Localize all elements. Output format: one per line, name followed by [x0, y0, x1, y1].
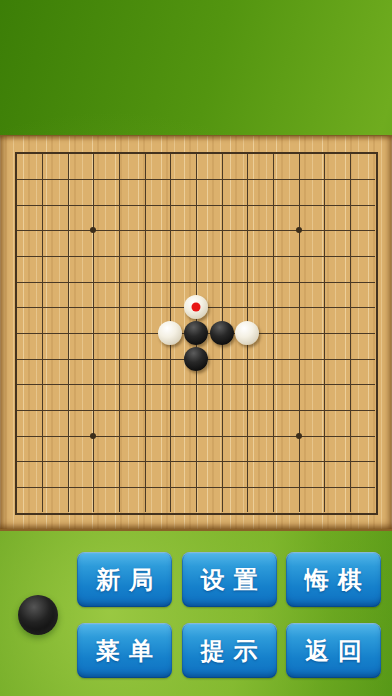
board-cell[interactable] — [42, 487, 68, 513]
board-cell[interactable] — [68, 461, 94, 487]
board-cell[interactable] — [17, 205, 43, 231]
board-cell[interactable] — [350, 487, 376, 513]
board-cell[interactable] — [93, 333, 119, 359]
board-cell[interactable] — [222, 359, 248, 385]
board-cell[interactable] — [350, 384, 376, 410]
board-cell[interactable] — [299, 487, 325, 513]
board-cell[interactable] — [145, 230, 171, 256]
board-cell[interactable] — [273, 487, 299, 513]
board-cell[interactable] — [222, 410, 248, 436]
board-cell[interactable] — [324, 359, 350, 385]
board-cell[interactable] — [68, 436, 94, 462]
board-cell[interactable] — [42, 256, 68, 282]
board-cell[interactable] — [119, 282, 145, 308]
board-cell[interactable] — [170, 384, 196, 410]
board-cell[interactable] — [68, 154, 94, 180]
board-cell[interactable] — [68, 205, 94, 231]
star-point — [90, 227, 96, 233]
board-cell[interactable] — [119, 487, 145, 513]
board-cell[interactable] — [68, 256, 94, 282]
board-cell[interactable] — [324, 179, 350, 205]
board-cell[interactable] — [145, 256, 171, 282]
last-move-marker — [191, 303, 200, 312]
board-cell[interactable] — [42, 410, 68, 436]
board-cell[interactable] — [93, 179, 119, 205]
board-cell[interactable] — [93, 154, 119, 180]
board-cell[interactable] — [42, 333, 68, 359]
board-cell[interactable] — [145, 461, 171, 487]
board-cell[interactable] — [247, 256, 273, 282]
board-cell[interactable] — [299, 154, 325, 180]
board-cell[interactable] — [170, 154, 196, 180]
undo-button[interactable]: 悔棋 — [286, 552, 381, 607]
board-cell[interactable] — [350, 154, 376, 180]
board-cell[interactable] — [299, 359, 325, 385]
star-point — [296, 227, 302, 233]
board-cell[interactable] — [119, 230, 145, 256]
board-cell[interactable] — [119, 307, 145, 333]
board-cell[interactable] — [17, 487, 43, 513]
back-button[interactable]: 返回 — [286, 623, 381, 678]
board-cell[interactable] — [93, 205, 119, 231]
board-cell[interactable] — [196, 461, 222, 487]
turn-indicator-stone — [18, 595, 58, 635]
board-cell[interactable] — [42, 282, 68, 308]
menu-button[interactable]: 菜单 — [77, 623, 172, 678]
board-cell[interactable] — [299, 436, 325, 462]
board-cell[interactable] — [119, 333, 145, 359]
board-cell[interactable] — [42, 307, 68, 333]
board-cell[interactable] — [324, 205, 350, 231]
board-cell[interactable] — [350, 333, 376, 359]
board-cell[interactable] — [273, 436, 299, 462]
board-cell[interactable] — [17, 410, 43, 436]
board-cell[interactable] — [42, 436, 68, 462]
board-cell[interactable] — [273, 333, 299, 359]
board-cell[interactable] — [247, 436, 273, 462]
board-cell[interactable] — [350, 461, 376, 487]
board-cell[interactable] — [42, 205, 68, 231]
board-cell[interactable] — [247, 384, 273, 410]
board-cell[interactable] — [93, 410, 119, 436]
board-cell[interactable] — [17, 230, 43, 256]
board-cell[interactable] — [93, 282, 119, 308]
board-cell[interactable] — [222, 436, 248, 462]
board-cell[interactable] — [93, 384, 119, 410]
board-cell[interactable] — [68, 384, 94, 410]
board-cell[interactable] — [247, 282, 273, 308]
board-cell[interactable] — [93, 256, 119, 282]
board-cell[interactable] — [324, 256, 350, 282]
board-cell[interactable] — [222, 384, 248, 410]
board-cell[interactable] — [273, 154, 299, 180]
star-point — [90, 433, 96, 439]
board-cell[interactable] — [299, 282, 325, 308]
board-cell[interactable] — [145, 154, 171, 180]
board-cell[interactable] — [119, 179, 145, 205]
stone-white — [184, 295, 208, 319]
board-cell[interactable] — [299, 384, 325, 410]
board-cell[interactable] — [145, 410, 171, 436]
board-cell[interactable] — [145, 205, 171, 231]
board-cell[interactable] — [324, 487, 350, 513]
board-cell[interactable] — [145, 179, 171, 205]
board-cell[interactable] — [247, 487, 273, 513]
board-cell[interactable] — [196, 487, 222, 513]
board-cell[interactable] — [299, 307, 325, 333]
board-cell[interactable] — [247, 230, 273, 256]
board-cell[interactable] — [222, 256, 248, 282]
board-cell[interactable] — [247, 410, 273, 436]
board-cell[interactable] — [324, 436, 350, 462]
board-cell[interactable] — [222, 461, 248, 487]
board-cell[interactable] — [299, 205, 325, 231]
board-cell[interactable] — [68, 179, 94, 205]
board-cell[interactable] — [222, 487, 248, 513]
board-cell[interactable] — [42, 154, 68, 180]
board-cell[interactable] — [299, 179, 325, 205]
star-point — [296, 433, 302, 439]
board-cell[interactable] — [68, 307, 94, 333]
board-cell[interactable] — [273, 179, 299, 205]
board-cell[interactable] — [170, 205, 196, 231]
board-cell[interactable] — [196, 205, 222, 231]
settings-button[interactable]: 设置 — [182, 552, 277, 607]
board-cell[interactable] — [324, 384, 350, 410]
board-cell[interactable] — [350, 359, 376, 385]
board-cell[interactable] — [350, 205, 376, 231]
board-cell[interactable] — [93, 461, 119, 487]
board-cell[interactable] — [17, 256, 43, 282]
board-cell[interactable] — [324, 307, 350, 333]
board-cell[interactable] — [247, 359, 273, 385]
board-cell[interactable] — [299, 230, 325, 256]
board-cell[interactable] — [17, 179, 43, 205]
stone-white — [158, 321, 182, 345]
board-cell[interactable] — [324, 333, 350, 359]
board-cell[interactable] — [324, 461, 350, 487]
board-cell[interactable] — [196, 230, 222, 256]
board-cell[interactable] — [42, 230, 68, 256]
board-cell[interactable] — [196, 384, 222, 410]
board-cell[interactable] — [273, 282, 299, 308]
board-cell[interactable] — [119, 436, 145, 462]
board-cell[interactable] — [170, 256, 196, 282]
board-cell[interactable] — [273, 205, 299, 231]
board-cell[interactable] — [42, 359, 68, 385]
board-cell[interactable] — [170, 179, 196, 205]
board-cell[interactable] — [222, 205, 248, 231]
board-cell[interactable] — [196, 154, 222, 180]
board-cell[interactable] — [170, 461, 196, 487]
stone-white — [235, 321, 259, 345]
board-cell[interactable] — [350, 436, 376, 462]
board-cell[interactable] — [247, 205, 273, 231]
board-cell[interactable] — [273, 256, 299, 282]
board-cell[interactable] — [68, 359, 94, 385]
board-cell[interactable] — [17, 384, 43, 410]
board-cell[interactable] — [350, 307, 376, 333]
board-cell[interactable] — [42, 384, 68, 410]
board-cell[interactable] — [119, 359, 145, 385]
board-cell[interactable] — [299, 256, 325, 282]
board-cell[interactable] — [170, 410, 196, 436]
board-cell[interactable] — [170, 436, 196, 462]
board-cell[interactable] — [170, 487, 196, 513]
board-cell[interactable] — [350, 256, 376, 282]
board-cell[interactable] — [17, 307, 43, 333]
board-cell[interactable] — [119, 461, 145, 487]
board-cell[interactable] — [222, 282, 248, 308]
board-cell[interactable] — [119, 205, 145, 231]
board-cell[interactable] — [299, 410, 325, 436]
board-cell[interactable] — [68, 487, 94, 513]
board-cell[interactable] — [273, 461, 299, 487]
board-cell[interactable] — [196, 179, 222, 205]
board-cell[interactable] — [119, 256, 145, 282]
stone-black — [184, 347, 208, 371]
board-cell[interactable] — [68, 333, 94, 359]
board-cell[interactable] — [222, 154, 248, 180]
board-cell[interactable] — [273, 359, 299, 385]
board-cell[interactable] — [299, 461, 325, 487]
board-cell[interactable] — [324, 282, 350, 308]
board-cell[interactable] — [299, 333, 325, 359]
board-cell[interactable] — [350, 179, 376, 205]
board-cell[interactable] — [119, 154, 145, 180]
board-cell[interactable] — [93, 307, 119, 333]
board-cell[interactable] — [145, 436, 171, 462]
board-cell[interactable] — [196, 256, 222, 282]
board-cell[interactable] — [324, 230, 350, 256]
board-cell[interactable] — [247, 461, 273, 487]
board-cell[interactable] — [42, 179, 68, 205]
board-cell[interactable] — [273, 410, 299, 436]
stone-black — [184, 321, 208, 345]
board-cell[interactable] — [93, 359, 119, 385]
board-cell[interactable] — [119, 410, 145, 436]
board-cell[interactable] — [42, 461, 68, 487]
board-cell[interactable] — [247, 179, 273, 205]
board-cell[interactable] — [17, 282, 43, 308]
board-cell[interactable] — [93, 487, 119, 513]
board-cell[interactable] — [196, 410, 222, 436]
board-cell[interactable] — [145, 282, 171, 308]
board-cell[interactable] — [93, 436, 119, 462]
board-cell[interactable] — [145, 487, 171, 513]
board-cell[interactable] — [324, 154, 350, 180]
board-cell[interactable] — [222, 179, 248, 205]
board-cell[interactable] — [350, 230, 376, 256]
board-cell[interactable] — [68, 230, 94, 256]
board-cell[interactable] — [222, 230, 248, 256]
button-panel: 新局 设置 悔棋 菜单 提示 返回 — [77, 552, 381, 678]
stone-black — [210, 321, 234, 345]
board-cell[interactable] — [17, 436, 43, 462]
board-cell[interactable] — [119, 384, 145, 410]
board-cell[interactable] — [145, 384, 171, 410]
board-cell[interactable] — [17, 333, 43, 359]
board-cell[interactable] — [17, 461, 43, 487]
board-cell[interactable] — [196, 436, 222, 462]
gomoku-board[interactable] — [0, 135, 392, 531]
new-game-button[interactable]: 新局 — [77, 552, 172, 607]
board-cell[interactable] — [273, 384, 299, 410]
board-cell[interactable] — [324, 410, 350, 436]
hint-button[interactable]: 提示 — [182, 623, 277, 678]
board-cell[interactable] — [170, 230, 196, 256]
board-cell[interactable] — [273, 307, 299, 333]
board-cell[interactable] — [350, 410, 376, 436]
board-cell[interactable] — [93, 230, 119, 256]
board-cell[interactable] — [247, 154, 273, 180]
board-cell[interactable] — [350, 282, 376, 308]
board-cell[interactable] — [145, 359, 171, 385]
board-cell[interactable] — [68, 282, 94, 308]
board-cell[interactable] — [68, 410, 94, 436]
board-cell[interactable] — [17, 154, 43, 180]
board-cell[interactable] — [273, 230, 299, 256]
board-cell[interactable] — [17, 359, 43, 385]
